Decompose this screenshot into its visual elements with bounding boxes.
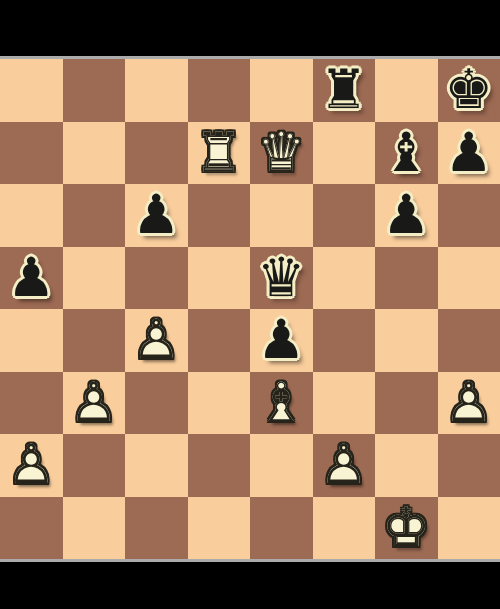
square-h1[interactable] [438, 497, 500, 560]
piece-white-rook[interactable]: ♜♖ [188, 122, 251, 185]
white-pawn-icon: ♟ [0, 434, 63, 497]
white-queen-icon: ♛ [250, 122, 313, 185]
square-b6[interactable] [63, 184, 126, 247]
piece-black-pawn[interactable]: ♟ [375, 184, 438, 247]
square-c3[interactable] [125, 372, 188, 435]
black-pawn-icon: ♟ [0, 247, 63, 310]
piece-black-king[interactable]: ♚ [438, 59, 500, 122]
square-g4[interactable] [375, 309, 438, 372]
square-e3[interactable]: ♝♗ [250, 372, 313, 435]
white-queen-outline-icon: ♕ [250, 122, 313, 185]
white-pawn-icon: ♟ [438, 372, 500, 435]
square-h3[interactable]: ♟♙ [438, 372, 500, 435]
square-a8[interactable] [0, 59, 63, 122]
white-pawn-icon: ♟ [313, 434, 376, 497]
square-g7[interactable]: ♝ [375, 122, 438, 185]
square-h5[interactable] [438, 247, 500, 310]
bottom-bar [0, 562, 500, 609]
black-rook-icon: ♜ [313, 59, 376, 122]
white-bishop-outline-icon: ♗ [250, 372, 313, 435]
black-king-icon: ♚ [438, 59, 500, 122]
black-pawn-icon: ♟ [438, 122, 500, 185]
square-g8[interactable] [375, 59, 438, 122]
square-a7[interactable] [0, 122, 63, 185]
piece-white-pawn[interactable]: ♟♙ [125, 309, 188, 372]
square-a4[interactable] [0, 309, 63, 372]
square-e7[interactable]: ♛♕ [250, 122, 313, 185]
square-f6[interactable] [313, 184, 376, 247]
piece-white-pawn[interactable]: ♟♙ [438, 372, 500, 435]
black-pawn-icon: ♟ [125, 184, 188, 247]
piece-white-pawn[interactable]: ♟♙ [313, 434, 376, 497]
white-king-outline-icon: ♔ [375, 497, 438, 560]
square-h7[interactable]: ♟ [438, 122, 500, 185]
square-a1[interactable] [0, 497, 63, 560]
piece-black-pawn[interactable]: ♟ [250, 309, 313, 372]
square-f4[interactable] [313, 309, 376, 372]
square-h6[interactable] [438, 184, 500, 247]
square-b7[interactable] [63, 122, 126, 185]
square-f7[interactable] [313, 122, 376, 185]
square-c7[interactable] [125, 122, 188, 185]
white-pawn-outline-icon: ♙ [0, 434, 63, 497]
square-f1[interactable] [313, 497, 376, 560]
square-f2[interactable]: ♟♙ [313, 434, 376, 497]
square-c8[interactable] [125, 59, 188, 122]
square-h4[interactable] [438, 309, 500, 372]
white-rook-outline-icon: ♖ [188, 122, 251, 185]
square-g1[interactable]: ♚♔ [375, 497, 438, 560]
white-pawn-outline-icon: ♙ [313, 434, 376, 497]
piece-white-pawn[interactable]: ♟♙ [63, 372, 126, 435]
square-g5[interactable] [375, 247, 438, 310]
black-pawn-icon: ♟ [250, 309, 313, 372]
piece-white-queen[interactable]: ♛♕ [250, 122, 313, 185]
square-a3[interactable] [0, 372, 63, 435]
square-g3[interactable] [375, 372, 438, 435]
square-g2[interactable] [375, 434, 438, 497]
square-b3[interactable]: ♟♙ [63, 372, 126, 435]
piece-black-pawn[interactable]: ♟ [438, 122, 500, 185]
square-b5[interactable] [63, 247, 126, 310]
piece-black-bishop[interactable]: ♝ [375, 122, 438, 185]
piece-white-bishop[interactable]: ♝♗ [250, 372, 313, 435]
black-bishop-icon: ♝ [375, 122, 438, 185]
white-king-icon: ♚ [375, 497, 438, 560]
square-c4[interactable]: ♟♙ [125, 309, 188, 372]
white-pawn-outline-icon: ♙ [125, 309, 188, 372]
square-f8[interactable]: ♜ [313, 59, 376, 122]
chess-board: ♜♚♜♖♛♕♝♟♟♟♟♛♟♙♟♟♙♝♗♟♙♟♙♟♙♚♔ [0, 56, 500, 562]
piece-black-pawn[interactable]: ♟ [0, 247, 63, 310]
window-frame: ♜♚♜♖♛♕♝♟♟♟♟♛♟♙♟♟♙♝♗♟♙♟♙♟♙♚♔ [0, 0, 500, 609]
square-d8[interactable] [188, 59, 251, 122]
black-pawn-icon: ♟ [375, 184, 438, 247]
square-h2[interactable] [438, 434, 500, 497]
square-e4[interactable]: ♟ [250, 309, 313, 372]
square-e1[interactable] [250, 497, 313, 560]
square-e5[interactable]: ♛ [250, 247, 313, 310]
square-d2[interactable] [188, 434, 251, 497]
square-a6[interactable] [0, 184, 63, 247]
square-g6[interactable]: ♟ [375, 184, 438, 247]
white-rook-icon: ♜ [188, 122, 251, 185]
square-d1[interactable] [188, 497, 251, 560]
square-b1[interactable] [63, 497, 126, 560]
piece-black-pawn[interactable]: ♟ [125, 184, 188, 247]
square-e8[interactable] [250, 59, 313, 122]
square-d5[interactable] [188, 247, 251, 310]
top-bar [0, 0, 500, 56]
square-f5[interactable] [313, 247, 376, 310]
piece-black-rook[interactable]: ♜ [313, 59, 376, 122]
square-b2[interactable] [63, 434, 126, 497]
square-a5[interactable]: ♟ [0, 247, 63, 310]
white-pawn-icon: ♟ [63, 372, 126, 435]
square-d6[interactable] [188, 184, 251, 247]
square-e2[interactable] [250, 434, 313, 497]
piece-black-queen[interactable]: ♛ [250, 247, 313, 310]
white-bishop-icon: ♝ [250, 372, 313, 435]
square-d7[interactable]: ♜♖ [188, 122, 251, 185]
square-c5[interactable] [125, 247, 188, 310]
square-d3[interactable] [188, 372, 251, 435]
white-pawn-outline-icon: ♙ [63, 372, 126, 435]
square-b8[interactable] [63, 59, 126, 122]
square-h8[interactable]: ♚ [438, 59, 500, 122]
piece-white-pawn[interactable]: ♟♙ [0, 434, 63, 497]
white-pawn-icon: ♟ [125, 309, 188, 372]
square-c6[interactable]: ♟ [125, 184, 188, 247]
square-c2[interactable] [125, 434, 188, 497]
square-c1[interactable] [125, 497, 188, 560]
black-queen-icon: ♛ [250, 247, 313, 310]
square-f3[interactable] [313, 372, 376, 435]
piece-white-king[interactable]: ♚♔ [375, 497, 438, 560]
square-e6[interactable] [250, 184, 313, 247]
white-pawn-outline-icon: ♙ [438, 372, 500, 435]
square-d4[interactable] [188, 309, 251, 372]
square-a2[interactable]: ♟♙ [0, 434, 63, 497]
square-b4[interactable] [63, 309, 126, 372]
